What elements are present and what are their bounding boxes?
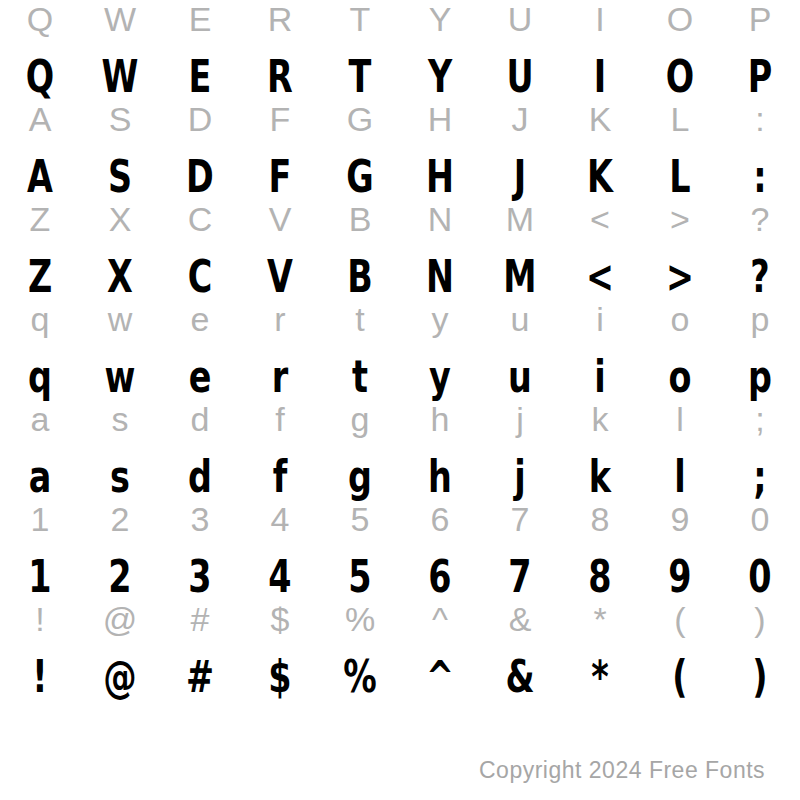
specimen-glyph-cell: ) [730,644,791,710]
specimen-glyph-cell: 1 [10,544,71,610]
specimen-glyph-cell: & [490,644,551,710]
specimen-glyph-cell: 3 [170,544,231,610]
specimen-glyph-cell: U [490,44,551,110]
charmap-row-specimen-5: ZXCVBNM<>? [0,244,800,300]
specimen-glyph-cell: 2 [90,544,151,610]
charmap-row-reference-0: QWERTYUIOP [0,0,800,44]
specimen-glyph-cell: % [330,644,391,710]
specimen-glyph-cell: d [170,444,231,510]
specimen-glyph-cell: G [330,144,391,210]
reference-glyph-cell: Y [400,0,480,38]
specimen-glyph-cell: L [650,144,711,210]
specimen-glyph-cell: S [90,144,151,210]
reference-glyph-cell: I [560,0,640,38]
copyright-text: Copyright 2024 Free Fonts [479,757,765,783]
specimen-glyph-cell: ^ [410,644,471,710]
specimen-glyph-cell: I [570,44,631,110]
specimen-glyph-cell: y [410,344,471,410]
specimen-glyph-cell: k [570,444,631,510]
specimen-glyph-cell: 7 [490,544,551,610]
specimen-glyph-cell: O [650,44,711,110]
specimen-glyph-cell: o [650,344,711,410]
specimen-glyph-cell: M [490,244,551,310]
reference-glyph-cell: T [320,0,400,38]
specimen-glyph-cell: 0 [730,544,791,610]
reference-glyph-cell: O [640,0,720,38]
specimen-glyph-cell: w [90,344,151,410]
specimen-glyph-cell: s [90,444,151,510]
specimen-glyph-cell: < [570,244,631,310]
specimen-glyph-cell: * [570,644,631,710]
specimen-glyph-cell: ; [730,444,791,510]
specimen-glyph-cell: R [250,44,311,110]
specimen-glyph-cell: ( [650,644,711,710]
specimen-glyph-cell: H [410,144,471,210]
specimen-glyph-cell: a [10,444,71,510]
specimen-glyph-cell: Z [10,244,71,310]
specimen-glyph-cell: : [730,144,791,210]
character-map: QWERTYUIOPQWERTYUIOPASDFGHJKL:ASDFGHJKL:… [0,0,800,700]
charmap-row-specimen-13: !@#$%^&*() [0,644,800,700]
reference-glyph-cell: U [480,0,560,38]
specimen-glyph-cell: 4 [250,544,311,610]
specimen-glyph-cell: 5 [330,544,391,610]
reference-glyph-cell: W [80,0,160,38]
specimen-glyph-cell: r [250,344,311,410]
specimen-glyph-cell: N [410,244,471,310]
charmap-row-specimen-7: qwertyuiop [0,344,800,400]
specimen-glyph-cell: 9 [650,544,711,610]
specimen-glyph-cell: A [10,144,71,210]
specimen-glyph-cell: W [90,44,151,110]
specimen-glyph-cell: h [410,444,471,510]
specimen-glyph-cell: $ [250,644,311,710]
specimen-glyph-cell: i [570,344,631,410]
specimen-glyph-cell: E [170,44,231,110]
specimen-glyph-cell: C [170,244,231,310]
reference-glyph-cell: P [720,0,800,38]
specimen-glyph-cell: F [250,144,311,210]
specimen-glyph-cell: @ [90,644,151,710]
specimen-glyph-cell: q [10,344,71,410]
specimen-glyph-cell: T [330,44,391,110]
specimen-glyph-cell: t [330,344,391,410]
specimen-glyph-cell: u [490,344,551,410]
charmap-row-specimen-3: ASDFGHJKL: [0,144,800,200]
specimen-glyph-cell: P [730,44,791,110]
specimen-glyph-cell: g [330,444,391,510]
specimen-glyph-cell: B [330,244,391,310]
specimen-glyph-cell: Y [410,44,471,110]
charmap-row-specimen-11: 1234567890 [0,544,800,600]
specimen-glyph-cell: 6 [410,544,471,610]
specimen-glyph-cell: Q [10,44,71,110]
specimen-glyph-cell: # [170,644,231,710]
specimen-glyph-cell: ! [10,644,71,710]
specimen-glyph-cell: D [170,144,231,210]
specimen-glyph-cell: K [570,144,631,210]
specimen-glyph-cell: > [650,244,711,310]
specimen-glyph-cell: 8 [570,544,631,610]
specimen-glyph-cell: e [170,344,231,410]
specimen-glyph-cell: J [490,144,551,210]
reference-glyph-cell: R [240,0,320,38]
specimen-glyph-cell: p [730,344,791,410]
specimen-glyph-cell: ? [730,244,791,310]
specimen-glyph-cell: V [250,244,311,310]
charmap-row-specimen-1: QWERTYUIOP [0,44,800,100]
reference-glyph-cell: E [160,0,240,38]
specimen-glyph-cell: X [90,244,151,310]
reference-glyph-cell: Q [0,0,80,38]
specimen-glyph-cell: f [250,444,311,510]
charmap-row-specimen-9: asdfghjkl; [0,444,800,500]
specimen-glyph-cell: l [650,444,711,510]
specimen-glyph-cell: j [490,444,551,510]
